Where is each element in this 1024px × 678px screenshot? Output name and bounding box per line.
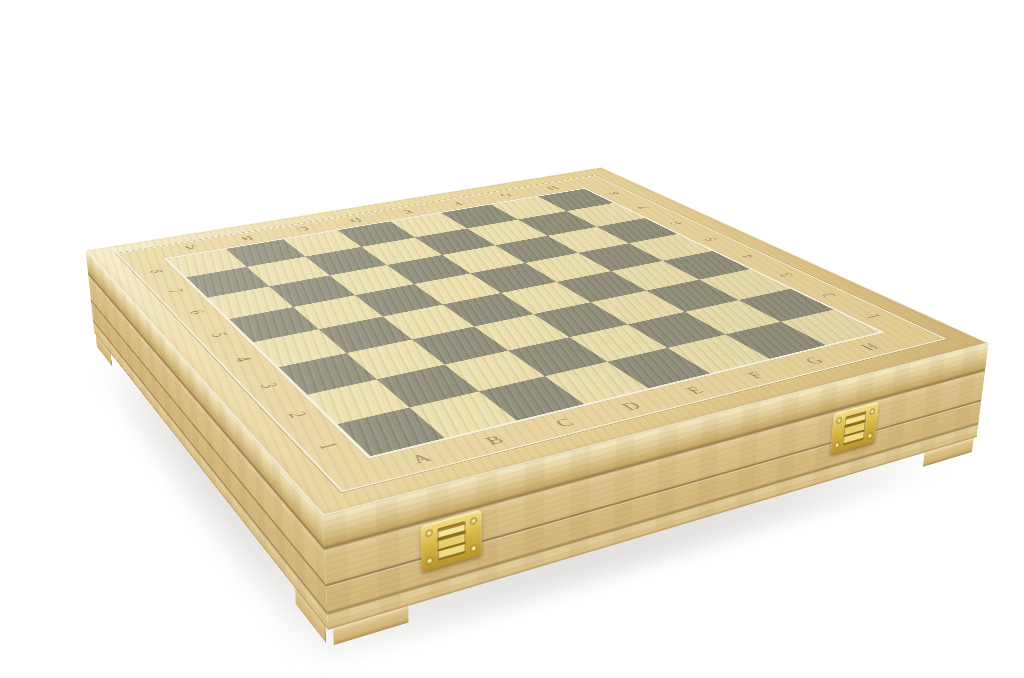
square-c1[interactable]	[478, 376, 583, 420]
coord-label-B: B	[448, 423, 542, 459]
square-g1[interactable]	[725, 322, 826, 359]
photo-stage: ABCDEFGH ABCDEFGH 87654321 87654321	[0, 0, 1024, 678]
scene: ABCDEFGH ABCDEFGH 87654321 87654321	[171, 0, 831, 623]
square-f3[interactable]	[591, 291, 684, 324]
coord-label-1: 1	[280, 428, 374, 464]
coord-label-5: 5	[178, 322, 258, 348]
chess-box: ABCDEFGH ABCDEFGH 87654321 87654321	[86, 167, 989, 516]
square-b3[interactable]	[347, 340, 444, 380]
square-e1[interactable]	[607, 348, 710, 389]
square-g2[interactable]	[684, 300, 780, 334]
coord-label-4: 4	[200, 346, 283, 374]
square-c3[interactable]	[412, 327, 508, 365]
square-a3[interactable]	[279, 353, 377, 394]
coord-label-2: 2	[251, 398, 341, 431]
square-a4[interactable]	[253, 329, 347, 367]
square-b1[interactable]	[410, 391, 517, 438]
square-a1[interactable]	[337, 407, 445, 456]
square-d4[interactable]	[443, 293, 534, 327]
coord-label-1: 1	[836, 304, 913, 328]
coord-label-8: 8	[119, 261, 191, 282]
square-b5[interactable]	[293, 295, 382, 329]
brass-clasp-right	[830, 402, 879, 455]
square-b2[interactable]	[377, 364, 479, 407]
coord-label-F: F	[714, 361, 799, 391]
coord-label-G: G	[773, 347, 856, 375]
coord-label-H: H	[829, 334, 910, 361]
coord-label-7: 7	[137, 280, 211, 302]
coord-label-A: A	[373, 440, 469, 478]
square-b4[interactable]	[319, 317, 412, 354]
coord-label-6: 6	[157, 300, 234, 324]
coord-label-D: D	[587, 390, 676, 422]
coord-label-2: 2	[792, 284, 867, 307]
coord-label-3: 3	[224, 371, 311, 402]
square-a2[interactable]	[307, 379, 410, 424]
square-e3[interactable]	[534, 302, 628, 337]
square-h1[interactable]	[780, 309, 879, 345]
square-f1[interactable]	[667, 334, 769, 373]
square-c4[interactable]	[382, 305, 474, 340]
coord-label-E: E	[652, 375, 739, 406]
square-e2[interactable]	[569, 324, 667, 362]
square-d1[interactable]	[544, 362, 648, 404]
square-c2[interactable]	[444, 350, 544, 391]
square-h2[interactable]	[738, 289, 833, 322]
square-f2[interactable]	[628, 312, 725, 348]
brass-clasp-left	[421, 510, 482, 573]
square-d3[interactable]	[474, 314, 569, 350]
square-a5[interactable]	[229, 307, 319, 342]
coord-label-C: C	[519, 406, 610, 440]
square-d2[interactable]	[508, 337, 607, 376]
